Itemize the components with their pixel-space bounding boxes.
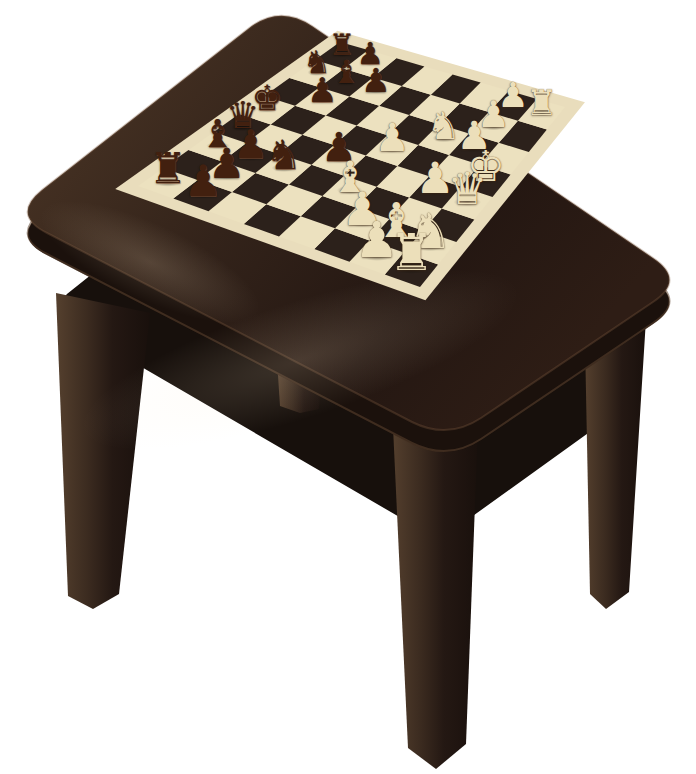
chessboard bbox=[0, 0, 696, 774]
chess-table-photo: ♜♟♞♝♟♟♟♚♜♟♛♞♝♟♟♟♟♞♟♚♜♝♟♟♛♟♝♞♟♜ bbox=[0, 0, 696, 774]
